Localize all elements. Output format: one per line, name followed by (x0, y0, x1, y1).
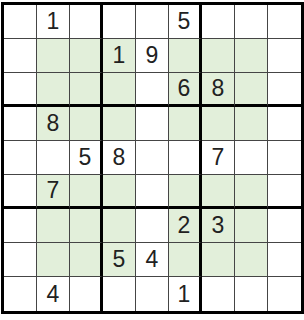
cell-r5c9[interactable] (268, 141, 301, 175)
cell-r9c9[interactable] (268, 277, 301, 311)
cell-r3c1[interactable] (4, 73, 37, 107)
cell-r9c1[interactable] (4, 277, 37, 311)
cell-r5c4[interactable]: 8 (103, 141, 136, 175)
cell-r9c5[interactable] (136, 277, 169, 311)
cell-r2c5[interactable]: 9 (136, 39, 169, 73)
cell-r5c7[interactable]: 7 (202, 141, 235, 175)
cell-r6c3[interactable] (70, 175, 103, 209)
cell-r7c3[interactable] (70, 209, 103, 243)
cell-r8c7[interactable] (202, 243, 235, 277)
cell-r1c2[interactable]: 1 (37, 5, 70, 39)
cell-r2c8[interactable] (235, 39, 268, 73)
cell-r5c8[interactable] (235, 141, 268, 175)
cell-r9c8[interactable] (235, 277, 268, 311)
cell-r9c4[interactable] (103, 277, 136, 311)
cell-r6c4[interactable] (103, 175, 136, 209)
cell-r7c9[interactable] (268, 209, 301, 243)
cell-r1c4[interactable] (103, 5, 136, 39)
cell-r6c5[interactable] (136, 175, 169, 209)
cell-r6c1[interactable] (4, 175, 37, 209)
cell-r6c6[interactable] (169, 175, 202, 209)
cell-r6c9[interactable] (268, 175, 301, 209)
cell-r8c2[interactable] (37, 243, 70, 277)
cell-r2c7[interactable] (202, 39, 235, 73)
cell-r8c1[interactable] (4, 243, 37, 277)
cell-r9c6[interactable]: 1 (169, 277, 202, 311)
cell-r6c8[interactable] (235, 175, 268, 209)
cell-r6c7[interactable] (202, 175, 235, 209)
cell-r7c2[interactable] (37, 209, 70, 243)
cell-r8c6[interactable] (169, 243, 202, 277)
cell-r1c7[interactable] (202, 5, 235, 39)
cell-r2c3[interactable] (70, 39, 103, 73)
cell-r4c7[interactable] (202, 107, 235, 141)
cell-r8c5[interactable]: 4 (136, 243, 169, 277)
cell-r4c2[interactable]: 8 (37, 107, 70, 141)
cell-r3c3[interactable] (70, 73, 103, 107)
cell-r4c4[interactable] (103, 107, 136, 141)
cell-r8c9[interactable] (268, 243, 301, 277)
cell-r5c6[interactable] (169, 141, 202, 175)
cell-r3c6[interactable]: 6 (169, 73, 202, 107)
cell-r2c9[interactable] (268, 39, 301, 73)
cell-r1c9[interactable] (268, 5, 301, 39)
cell-r4c8[interactable] (235, 107, 268, 141)
cell-r2c2[interactable] (37, 39, 70, 73)
cell-r3c4[interactable] (103, 73, 136, 107)
cell-r8c8[interactable] (235, 243, 268, 277)
cell-r1c3[interactable] (70, 5, 103, 39)
cell-r7c8[interactable] (235, 209, 268, 243)
cell-r7c6[interactable]: 2 (169, 209, 202, 243)
cell-r6c2[interactable]: 7 (37, 175, 70, 209)
cell-r3c2[interactable] (37, 73, 70, 107)
cell-r4c3[interactable] (70, 107, 103, 141)
cell-r3c5[interactable] (136, 73, 169, 107)
cell-r7c4[interactable] (103, 209, 136, 243)
cell-r5c5[interactable] (136, 141, 169, 175)
cell-r8c4[interactable]: 5 (103, 243, 136, 277)
cell-r5c1[interactable] (4, 141, 37, 175)
cell-r3c9[interactable] (268, 73, 301, 107)
cell-r8c3[interactable] (70, 243, 103, 277)
cell-r4c9[interactable] (268, 107, 301, 141)
cell-r1c1[interactable] (4, 5, 37, 39)
cell-r7c5[interactable] (136, 209, 169, 243)
cell-r4c1[interactable] (4, 107, 37, 141)
cell-r1c5[interactable] (136, 5, 169, 39)
cell-r1c8[interactable] (235, 5, 268, 39)
cell-r9c3[interactable] (70, 277, 103, 311)
cell-r9c2[interactable]: 4 (37, 277, 70, 311)
cell-r2c6[interactable] (169, 39, 202, 73)
cell-r5c3[interactable]: 5 (70, 141, 103, 175)
cell-r2c4[interactable]: 1 (103, 39, 136, 73)
cell-r3c8[interactable] (235, 73, 268, 107)
cell-r4c5[interactable] (136, 107, 169, 141)
cell-r5c2[interactable] (37, 141, 70, 175)
sudoku-board: 15196885877235441 (1, 2, 304, 314)
cell-r2c1[interactable] (4, 39, 37, 73)
cell-r4c6[interactable] (169, 107, 202, 141)
cell-r7c1[interactable] (4, 209, 37, 243)
cell-r9c7[interactable] (202, 277, 235, 311)
cell-r1c6[interactable]: 5 (169, 5, 202, 39)
cell-r3c7[interactable]: 8 (202, 73, 235, 107)
cell-r7c7[interactable]: 3 (202, 209, 235, 243)
